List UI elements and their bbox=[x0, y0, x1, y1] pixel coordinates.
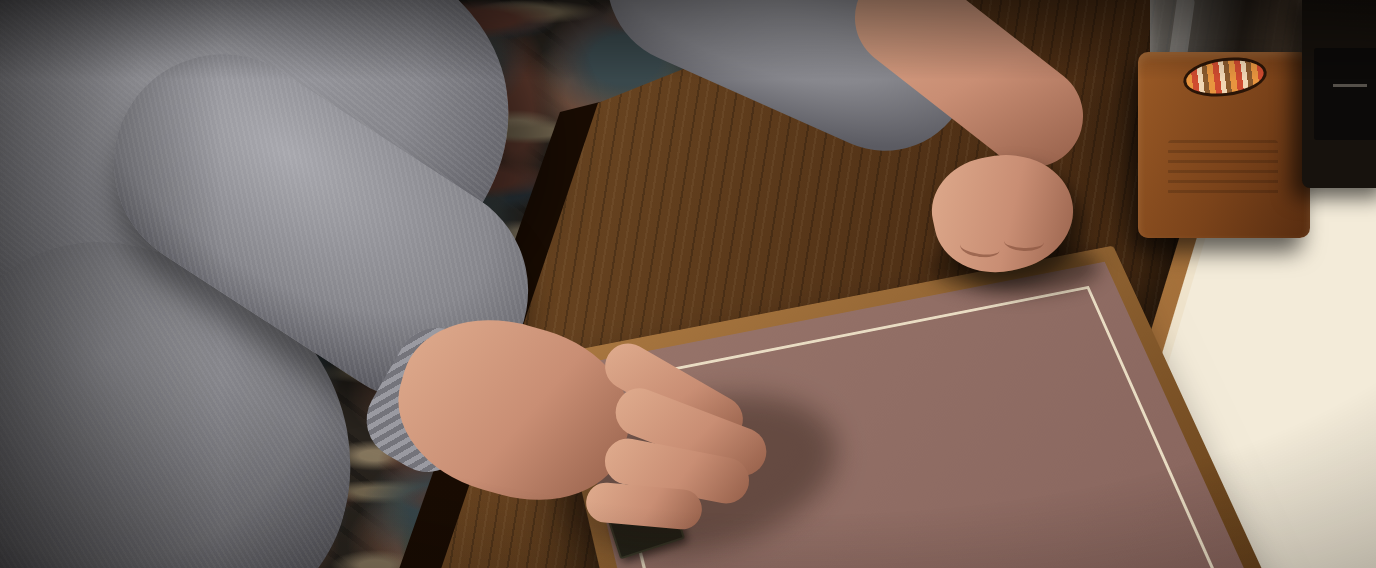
scene bbox=[0, 0, 1376, 568]
candle-label bbox=[1314, 48, 1376, 140]
leather-embossed-text bbox=[1168, 140, 1278, 200]
candle-subtext-line bbox=[1333, 84, 1367, 87]
candle-jar bbox=[1302, 0, 1376, 188]
